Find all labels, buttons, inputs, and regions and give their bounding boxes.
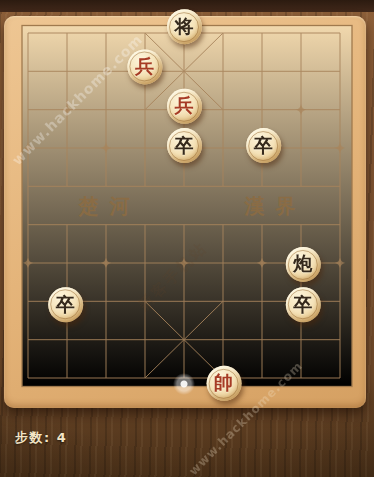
move-counter-value: 4	[57, 430, 68, 445]
piece-red-兵[interactable]: 兵	[127, 49, 162, 84]
piece-glyph: 卒	[56, 295, 75, 314]
piece-glyph: 炮	[293, 255, 312, 274]
piece-glyph: 卒	[175, 136, 194, 155]
board-grid: 将兵兵卒卒炮卒卒帥	[9, 14, 360, 397]
move-counter-label: 步数:	[15, 430, 51, 445]
piece-glyph: 将	[175, 17, 194, 36]
piece-black-炮[interactable]: 炮	[285, 247, 320, 282]
piece-glyph: 兵	[135, 57, 154, 76]
piece-red-帥[interactable]: 帥	[206, 366, 241, 401]
piece-glyph: 卒	[254, 136, 273, 155]
move-counter: 步数:4	[15, 429, 67, 447]
piece-black-卒[interactable]: 卒	[246, 128, 281, 163]
piece-red-兵[interactable]: 兵	[167, 89, 202, 124]
piece-glyph: 兵	[175, 96, 194, 115]
piece-black-卒[interactable]: 卒	[167, 128, 202, 163]
piece-black-卒[interactable]: 卒	[285, 287, 320, 322]
piece-glyph: 帥	[214, 374, 233, 393]
piece-black-卒[interactable]: 卒	[48, 287, 83, 322]
game-screen: 楚河 漢界 将兵兵卒卒炮卒卒帥 www.hackhome.com www.hac…	[0, 0, 374, 477]
piece-glyph: 卒	[293, 295, 312, 314]
piece-black-将[interactable]: 将	[167, 10, 202, 45]
